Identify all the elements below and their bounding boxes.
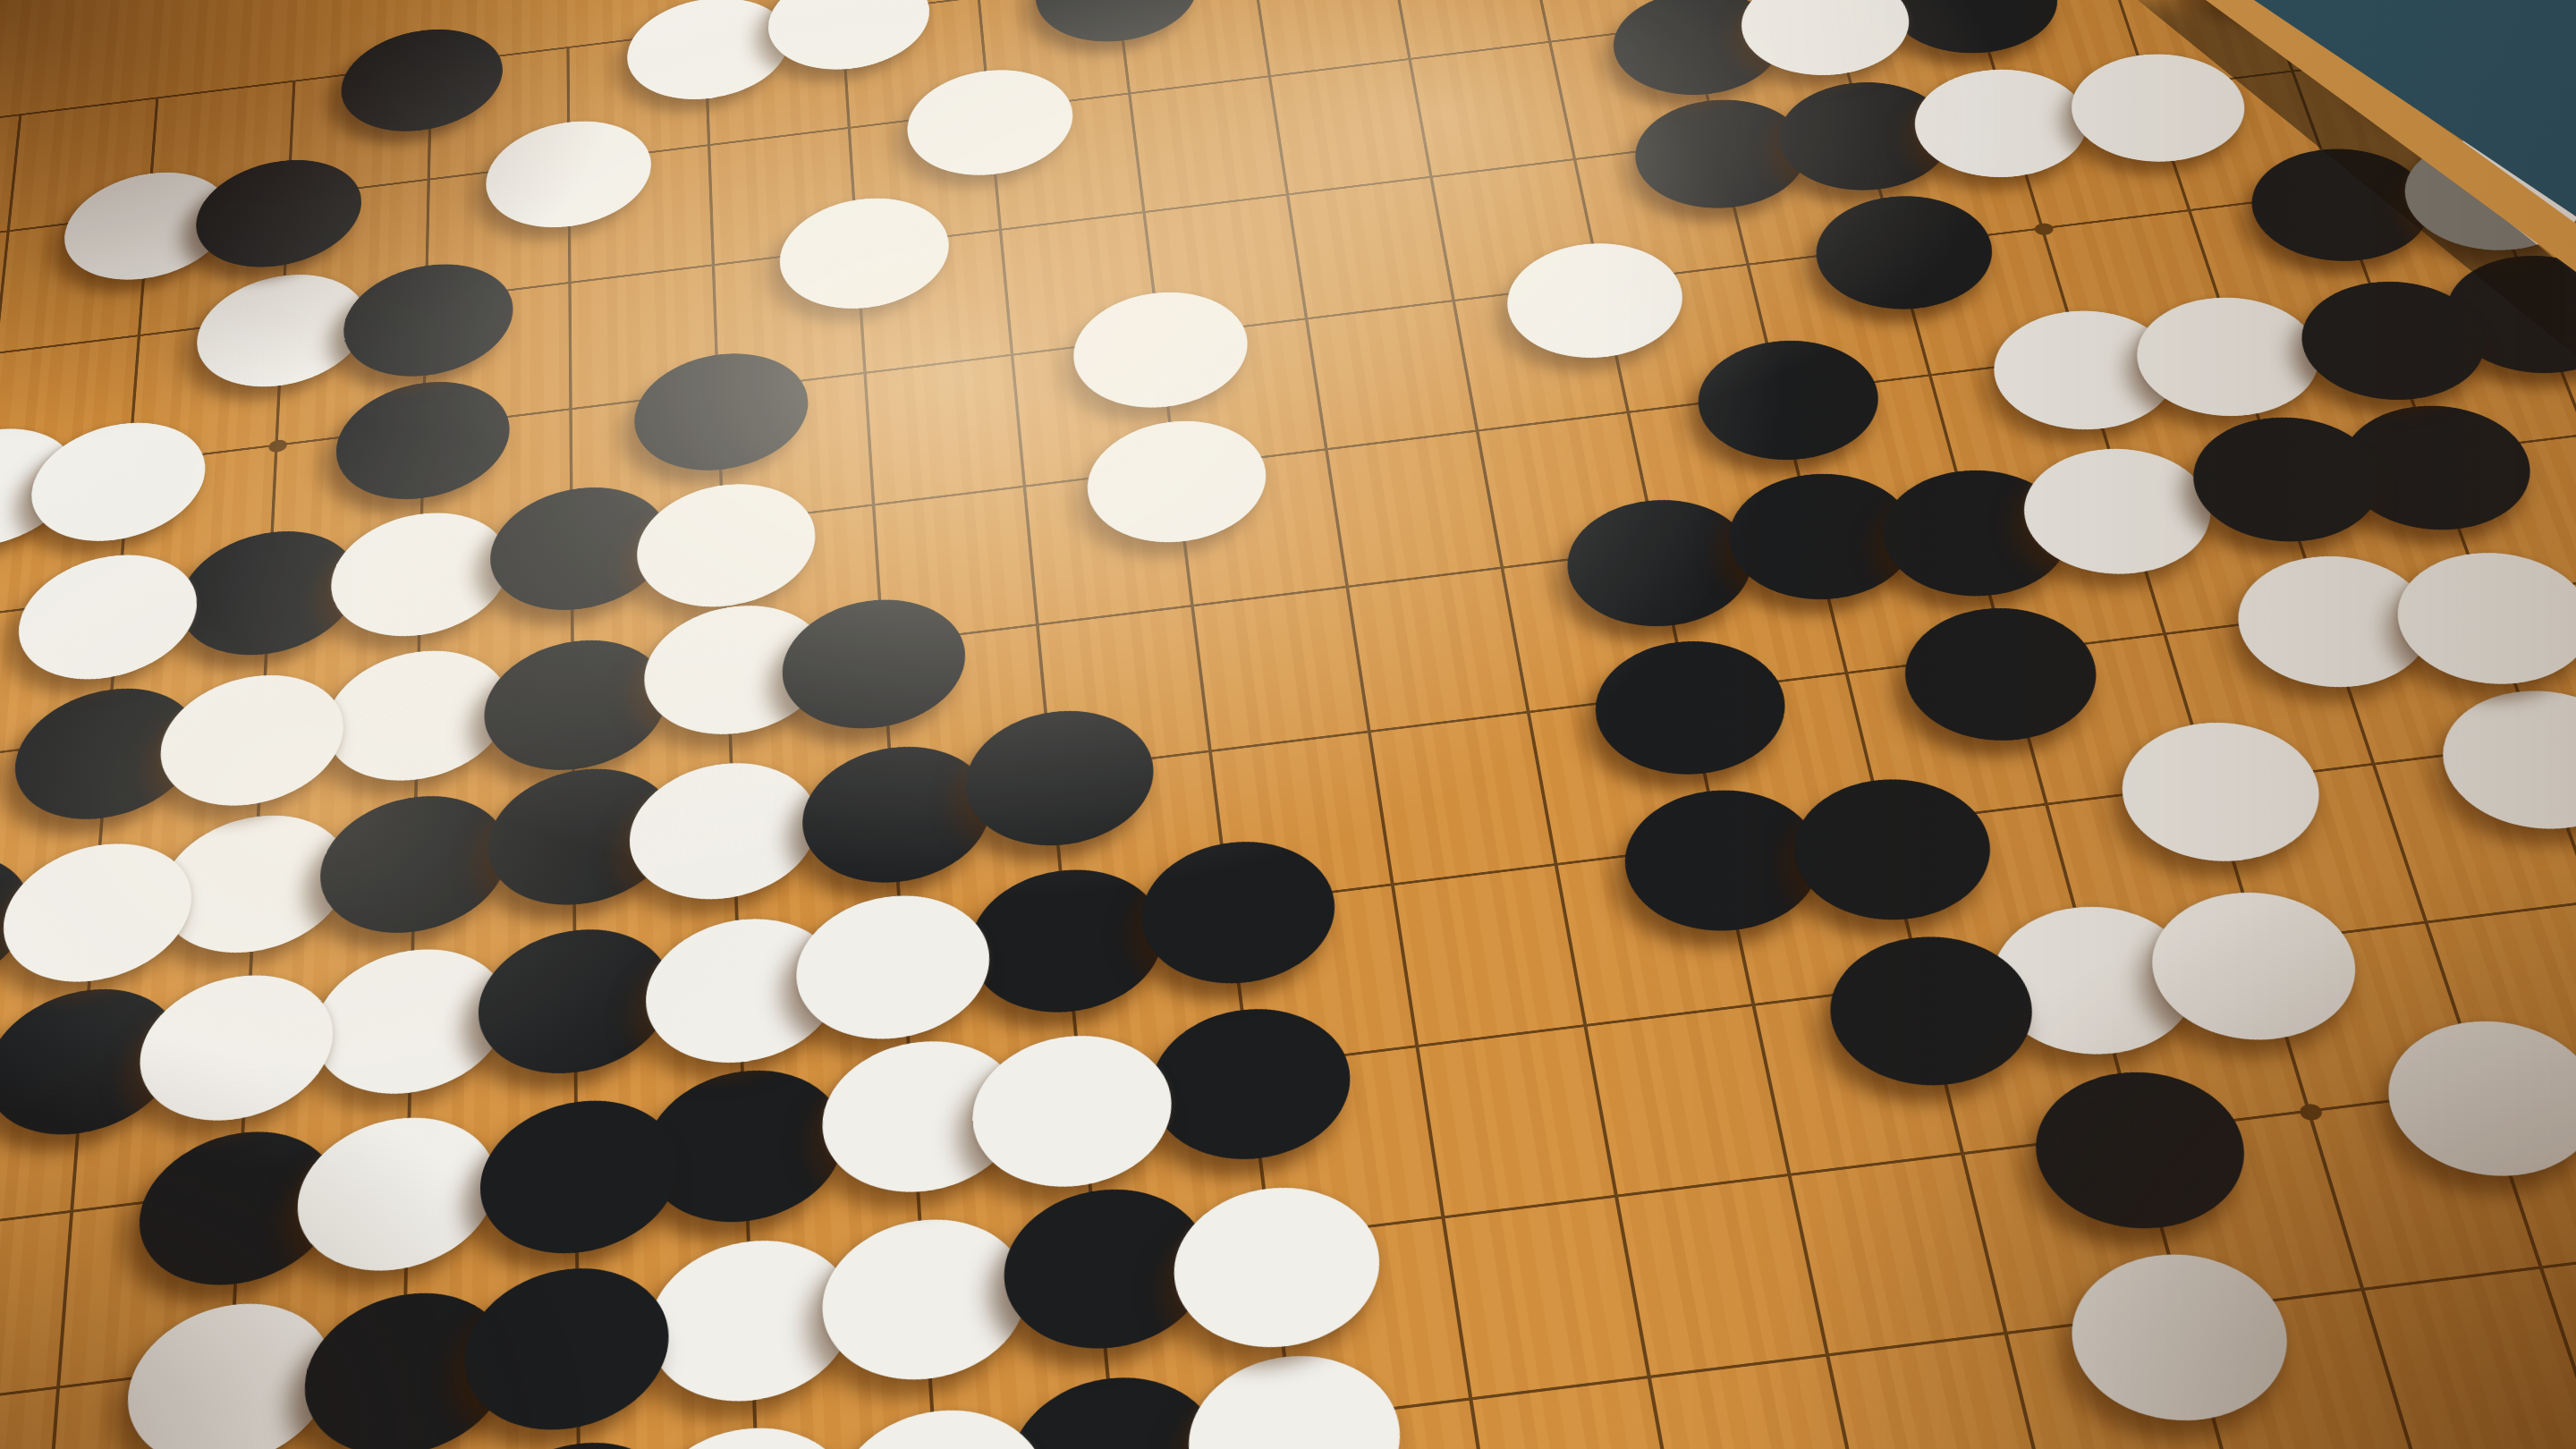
white-stone: ● (1092, 393, 1259, 546)
white-stone: ● (655, 1389, 840, 1449)
board-perspective-wrapper: ●●●●●●●●●●●●●●●●●●●●●●●●●●●●●●●●●●●●●●●●… (0, 0, 2576, 1449)
white-stone: ● (1738, 0, 1909, 79)
white-stone: ● (1178, 1151, 1373, 1350)
white-stone: ● (2062, 1216, 2290, 1423)
white-stone: ● (2063, 29, 2247, 165)
white-stone: ● (2385, 522, 2576, 688)
white-stone: ● (777, 0, 921, 72)
stones-layer: ●●●●●●●●●●●●●●●●●●●●●●●●●●●●●●●●●●●●●●●●… (0, 0, 2576, 1449)
white-stone: ● (1506, 216, 1680, 361)
white-stone: ● (845, 1371, 1037, 1449)
black-stone: ● (206, 134, 352, 270)
black-stone: ● (354, 238, 501, 380)
white-stone: ● (789, 172, 940, 311)
white-stone: ● (2374, 986, 2576, 1179)
go-photo-scene: ●●●●●●●●●●●●●●●●●●●●●●●●●●●●●●●●●●●●●●●●… (0, 0, 2576, 1449)
black-stone: ● (1899, 577, 2097, 743)
white-stone: ● (2141, 859, 2359, 1043)
black-stone: ● (1825, 902, 2033, 1089)
go-board: ●●●●●●●●●●●●●●●●●●●●●●●●●●●●●●●●●●●●●●●●… (0, 0, 2576, 1449)
black-stone: ● (1146, 809, 1328, 986)
